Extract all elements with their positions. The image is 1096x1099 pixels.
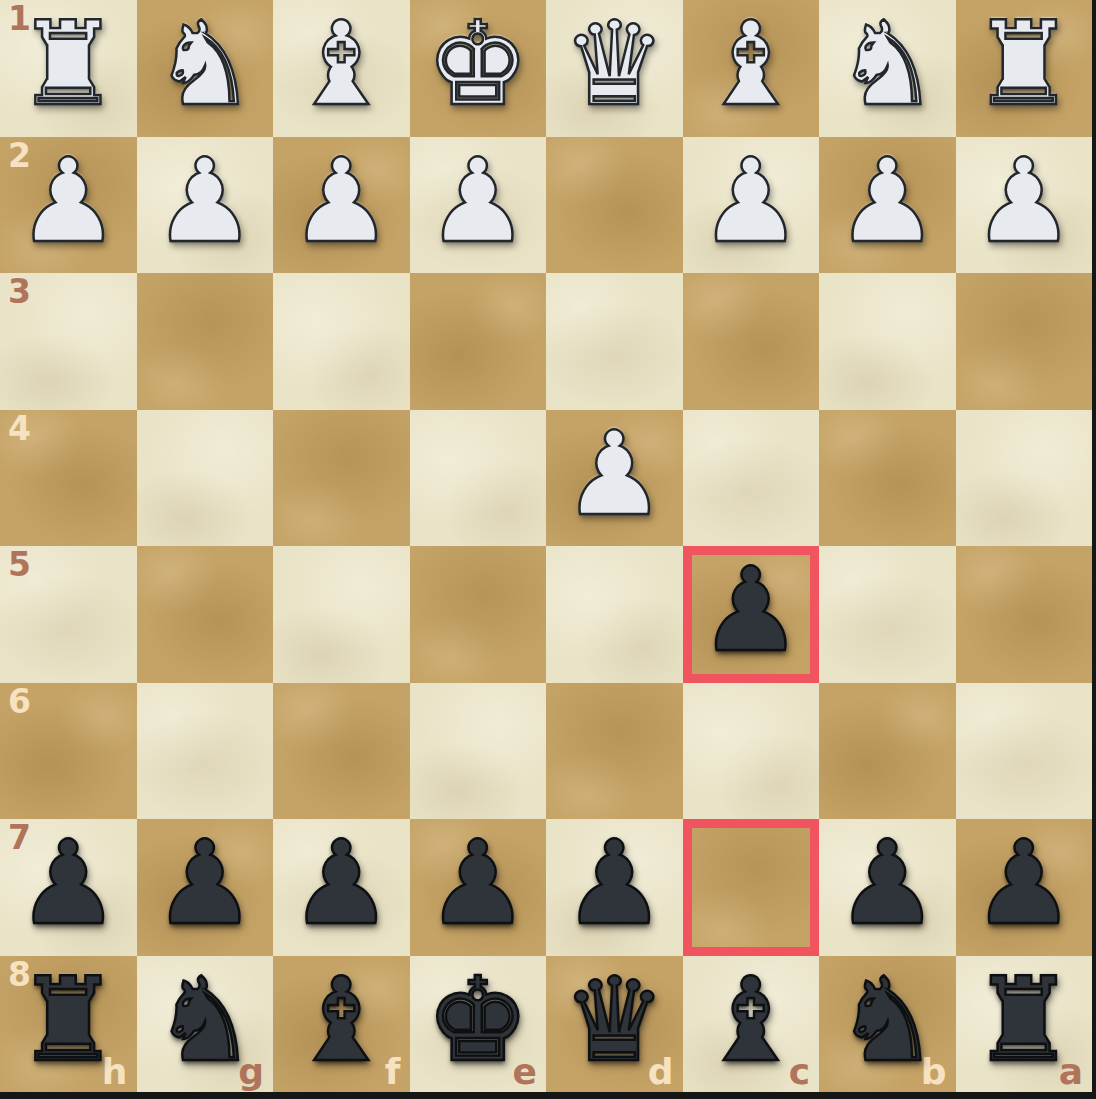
rank-label-4: 4 bbox=[8, 412, 31, 445]
black-queen-icon[interactable]: ♛ bbox=[562, 962, 666, 1078]
square-g6[interactable] bbox=[137, 683, 274, 820]
square-a8[interactable]: a♜ bbox=[956, 956, 1093, 1093]
black-pawn-icon[interactable]: ♟ bbox=[153, 825, 257, 941]
black-knight-icon[interactable]: ♞ bbox=[153, 962, 257, 1078]
square-a6[interactable] bbox=[956, 683, 1093, 820]
rank-label-6: 6 bbox=[8, 685, 31, 718]
square-d2[interactable] bbox=[546, 137, 683, 274]
square-c8[interactable]: c♝ bbox=[683, 956, 820, 1093]
square-b3[interactable] bbox=[819, 273, 956, 410]
square-g4[interactable] bbox=[137, 410, 274, 547]
square-e3[interactable] bbox=[410, 273, 547, 410]
black-pawn-icon[interactable]: ♟ bbox=[562, 825, 666, 941]
square-b2[interactable]: ♟ bbox=[819, 137, 956, 274]
black-pawn-icon[interactable]: ♟ bbox=[426, 825, 530, 941]
square-h5[interactable]: 5 bbox=[0, 546, 137, 683]
square-a4[interactable] bbox=[956, 410, 1093, 547]
square-e6[interactable] bbox=[410, 683, 547, 820]
square-d6[interactable] bbox=[546, 683, 683, 820]
square-g8[interactable]: g♞ bbox=[137, 956, 274, 1093]
square-f1[interactable]: ♝ bbox=[273, 0, 410, 137]
white-pawn-icon[interactable]: ♟ bbox=[562, 416, 666, 532]
square-b6[interactable] bbox=[819, 683, 956, 820]
white-king-icon[interactable]: ♚ bbox=[426, 6, 530, 122]
black-pawn-icon[interactable]: ♟ bbox=[16, 825, 120, 941]
square-c7[interactable] bbox=[683, 819, 820, 956]
square-a3[interactable] bbox=[956, 273, 1093, 410]
black-pawn-icon[interactable]: ♟ bbox=[289, 825, 393, 941]
square-e5[interactable] bbox=[410, 546, 547, 683]
black-bishop-icon[interactable]: ♝ bbox=[289, 962, 393, 1078]
square-d5[interactable] bbox=[546, 546, 683, 683]
square-h2[interactable]: 2♟ bbox=[0, 137, 137, 274]
square-g7[interactable]: ♟ bbox=[137, 819, 274, 956]
square-b7[interactable]: ♟ bbox=[819, 819, 956, 956]
square-g5[interactable] bbox=[137, 546, 274, 683]
square-e1[interactable]: ♚ bbox=[410, 0, 547, 137]
black-pawn-icon[interactable]: ♟ bbox=[835, 825, 939, 941]
square-f2[interactable]: ♟ bbox=[273, 137, 410, 274]
square-c6[interactable] bbox=[683, 683, 820, 820]
rank-label-5: 5 bbox=[8, 548, 31, 581]
square-a1[interactable]: ♜ bbox=[956, 0, 1093, 137]
white-rook-icon[interactable]: ♜ bbox=[972, 6, 1076, 122]
square-c1[interactable]: ♝ bbox=[683, 0, 820, 137]
square-e4[interactable] bbox=[410, 410, 547, 547]
black-knight-icon[interactable]: ♞ bbox=[835, 962, 939, 1078]
square-f3[interactable] bbox=[273, 273, 410, 410]
square-d4[interactable]: ♟ bbox=[546, 410, 683, 547]
square-e7[interactable]: ♟ bbox=[410, 819, 547, 956]
white-pawn-icon[interactable]: ♟ bbox=[16, 143, 120, 259]
square-f6[interactable] bbox=[273, 683, 410, 820]
white-pawn-icon[interactable]: ♟ bbox=[426, 143, 530, 259]
chess-board: 1♜♞♝♚♛♝♞♜2♟♟♟♟♟♟♟34♟5♟67♟♟♟♟♟♟♟8h♜g♞f♝e♚… bbox=[0, 0, 1092, 1092]
square-g2[interactable]: ♟ bbox=[137, 137, 274, 274]
white-pawn-icon[interactable]: ♟ bbox=[153, 143, 257, 259]
square-c3[interactable] bbox=[683, 273, 820, 410]
white-pawn-icon[interactable]: ♟ bbox=[289, 143, 393, 259]
square-f7[interactable]: ♟ bbox=[273, 819, 410, 956]
square-b5[interactable] bbox=[819, 546, 956, 683]
square-f8[interactable]: f♝ bbox=[273, 956, 410, 1093]
square-h4[interactable]: 4 bbox=[0, 410, 137, 547]
square-h6[interactable]: 6 bbox=[0, 683, 137, 820]
square-h3[interactable]: 3 bbox=[0, 273, 137, 410]
black-rook-icon[interactable]: ♜ bbox=[972, 962, 1076, 1078]
square-d1[interactable]: ♛ bbox=[546, 0, 683, 137]
black-pawn-icon[interactable]: ♟ bbox=[972, 825, 1076, 941]
square-g1[interactable]: ♞ bbox=[137, 0, 274, 137]
rank-label-3: 3 bbox=[8, 275, 31, 308]
white-pawn-icon[interactable]: ♟ bbox=[835, 143, 939, 259]
square-a7[interactable]: ♟ bbox=[956, 819, 1093, 956]
white-knight-icon[interactable]: ♞ bbox=[153, 6, 257, 122]
square-f5[interactable] bbox=[273, 546, 410, 683]
square-b4[interactable] bbox=[819, 410, 956, 547]
square-c4[interactable] bbox=[683, 410, 820, 547]
black-king-icon[interactable]: ♚ bbox=[426, 962, 530, 1078]
white-pawn-icon[interactable]: ♟ bbox=[699, 143, 803, 259]
white-pawn-icon[interactable]: ♟ bbox=[972, 143, 1076, 259]
app-background: 1♜♞♝♚♛♝♞♜2♟♟♟♟♟♟♟34♟5♟67♟♟♟♟♟♟♟8h♜g♞f♝e♚… bbox=[0, 0, 1096, 1099]
black-bishop-icon[interactable]: ♝ bbox=[699, 962, 803, 1078]
black-rook-icon[interactable]: ♜ bbox=[16, 962, 120, 1078]
square-d8[interactable]: d♛ bbox=[546, 956, 683, 1093]
square-e2[interactable]: ♟ bbox=[410, 137, 547, 274]
square-c2[interactable]: ♟ bbox=[683, 137, 820, 274]
square-h7[interactable]: 7♟ bbox=[0, 819, 137, 956]
square-f4[interactable] bbox=[273, 410, 410, 547]
square-a2[interactable]: ♟ bbox=[956, 137, 1093, 274]
square-h1[interactable]: 1♜ bbox=[0, 0, 137, 137]
white-knight-icon[interactable]: ♞ bbox=[835, 6, 939, 122]
square-g3[interactable] bbox=[137, 273, 274, 410]
square-c5[interactable]: ♟ bbox=[683, 546, 820, 683]
white-queen-icon[interactable]: ♛ bbox=[562, 6, 666, 122]
white-bishop-icon[interactable]: ♝ bbox=[699, 6, 803, 122]
white-bishop-icon[interactable]: ♝ bbox=[289, 6, 393, 122]
square-b1[interactable]: ♞ bbox=[819, 0, 956, 137]
square-h8[interactable]: 8h♜ bbox=[0, 956, 137, 1093]
square-b8[interactable]: b♞ bbox=[819, 956, 956, 1093]
square-e8[interactable]: e♚ bbox=[410, 956, 547, 1093]
square-d7[interactable]: ♟ bbox=[546, 819, 683, 956]
square-d3[interactable] bbox=[546, 273, 683, 410]
white-rook-icon[interactable]: ♜ bbox=[16, 6, 120, 122]
black-pawn-icon[interactable]: ♟ bbox=[699, 552, 803, 668]
square-a5[interactable] bbox=[956, 546, 1093, 683]
